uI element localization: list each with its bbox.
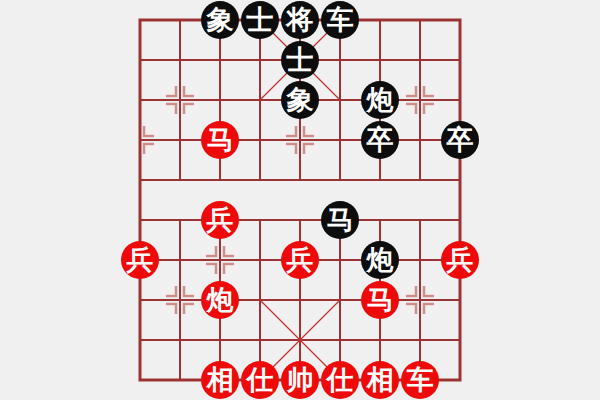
piece-red-advisor[interactable]: 仕 (321, 361, 359, 399)
piece-red-general[interactable]: 帅 (281, 361, 319, 399)
piece-black-advisor[interactable]: 士 (281, 41, 319, 79)
piece-red-horse[interactable]: 马 (361, 281, 399, 319)
piece-red-horse[interactable]: 马 (201, 121, 239, 159)
piece-black-soldier[interactable]: 卒 (441, 121, 479, 159)
piece-red-soldier[interactable]: 兵 (441, 241, 479, 279)
piece-red-cannon[interactable]: 炮 (201, 281, 239, 319)
xiangqi-board[interactable]: 象士将车士象炮马卒卒兵马兵兵炮兵炮马相仕帅仕相车 (120, 0, 480, 400)
piece-red-elephant[interactable]: 相 (361, 361, 399, 399)
piece-black-elephant[interactable]: 象 (281, 81, 319, 119)
piece-red-elephant[interactable]: 相 (201, 361, 239, 399)
piece-black-chariot[interactable]: 车 (321, 1, 359, 39)
piece-black-general[interactable]: 将 (281, 1, 319, 39)
piece-red-soldier[interactable]: 兵 (281, 241, 319, 279)
xiangqi-app: 象士将车士象炮马卒卒兵马兵兵炮兵炮马相仕帅仕相车 (0, 0, 600, 400)
piece-red-soldier[interactable]: 兵 (121, 241, 159, 279)
piece-black-soldier[interactable]: 卒 (361, 121, 399, 159)
piece-layer: 象士将车士象炮马卒卒兵马兵兵炮兵炮马相仕帅仕相车 (120, 0, 480, 400)
piece-black-cannon[interactable]: 炮 (361, 241, 399, 279)
piece-black-advisor[interactable]: 士 (241, 1, 279, 39)
piece-red-advisor[interactable]: 仕 (241, 361, 279, 399)
piece-black-horse[interactable]: 马 (321, 201, 359, 239)
piece-red-soldier[interactable]: 兵 (201, 201, 239, 239)
piece-red-chariot[interactable]: 车 (401, 361, 439, 399)
piece-black-cannon[interactable]: 炮 (361, 81, 399, 119)
piece-black-elephant[interactable]: 象 (201, 1, 239, 39)
